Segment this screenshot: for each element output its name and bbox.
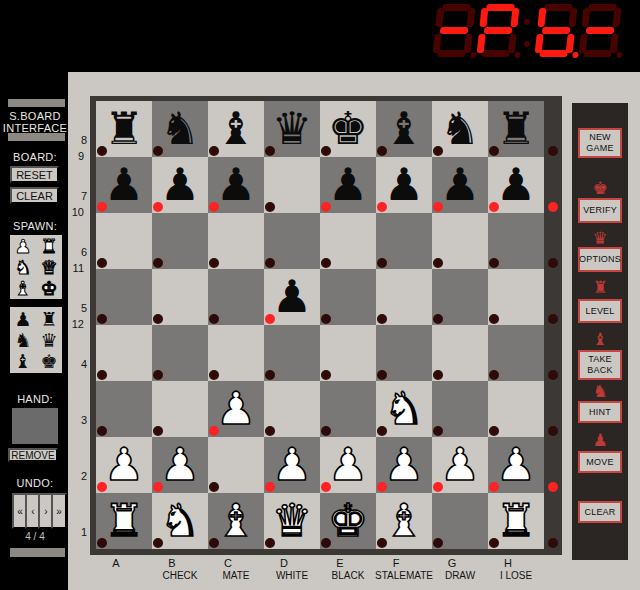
king-icon: ♚ [578,179,622,197]
led-g6 [433,258,443,268]
square-h1[interactable]: ♜ [488,493,544,549]
rank-label-8: 8 [64,134,87,146]
rank-label-5: 5 [64,302,87,314]
led-c3 [209,426,219,436]
pawn-icon: ♟ [578,431,622,449]
square-c2[interactable] [208,437,264,493]
square-d8[interactable]: ♛ [264,101,320,157]
square-c5[interactable] [208,269,264,325]
square-f8[interactable]: ♝ [376,101,432,157]
spawn-black-queen[interactable]: ♛ [36,330,62,351]
hand-display-box [12,408,58,444]
square-c7[interactable]: ♟ [208,157,264,213]
square-f5[interactable] [376,269,432,325]
segment-g [586,27,615,34]
rank-label-3: 3 [64,414,87,426]
button-label-line: NEW [589,132,611,143]
square-f1[interactable]: ♝ [376,493,432,549]
file-label-b: B [152,557,192,569]
square-a3[interactable] [96,381,152,437]
led-d6 [265,258,275,268]
led-edge-rank-1 [548,538,558,548]
led-b7 [153,202,163,212]
spawn-black-king[interactable]: ♚ [36,351,62,372]
square-e2[interactable]: ♟ [320,437,376,493]
square-a6[interactable] [96,213,152,269]
led-e6 [321,258,331,268]
led-h8 [489,146,499,156]
square-g6[interactable] [432,213,488,269]
button-label-line: GAME [586,143,613,154]
square-b8[interactable]: ♞ [152,101,208,157]
square-b3[interactable] [152,381,208,437]
led-d1 [265,538,275,548]
led-edge-rank-5 [548,314,558,324]
led-e7 [321,202,331,212]
square-d5[interactable]: ♟ [264,269,320,325]
interface-title-line1: S.BOARD [0,110,70,122]
spawn-black-pawn[interactable]: ♟ [10,309,36,330]
square-c8[interactable]: ♝ [208,101,264,157]
led-b6 [153,258,163,268]
led-h2 [489,482,499,492]
board-frame: ♜♞♝♛♚♝♞♜♟♟♟♟♟♟♟♟♟♞♟♟♟♟♟♟♟♜♞♝♛♚♝♜ [90,96,562,555]
led-a1 [97,538,107,548]
led-h4 [489,370,499,380]
rank-label-6: 6 [64,246,87,258]
square-b7[interactable]: ♟ [152,157,208,213]
led-e4 [321,370,331,380]
display-digit-4 [577,3,623,59]
colon-dot-top [524,19,530,25]
led-f5 [377,314,387,324]
square-b2[interactable]: ♟ [152,437,208,493]
square-g8[interactable]: ♞ [432,101,488,157]
segment-a [588,4,617,11]
spawn-white-bishop[interactable]: ♝ [10,278,36,299]
led-h7 [489,202,499,212]
led-edge-rank-8 [548,146,558,156]
hint-button[interactable]: HINT [578,401,622,423]
decimal-point [514,52,521,58]
square-g3[interactable] [432,381,488,437]
led-c7 [209,202,219,212]
led-d8 [265,146,275,156]
file-function-i-lose: I LOSE [476,570,556,581]
redo-last-button[interactable]: » [51,493,67,529]
colon-dot-bottom [524,41,530,47]
square-c1[interactable]: ♝ [208,493,264,549]
led-a5 [97,314,107,324]
led-b2 [153,482,163,492]
undo-counter: 4 / 4 [0,531,70,542]
square-e3[interactable] [320,381,376,437]
segment-b [612,8,621,27]
button-label-line: BACK [587,365,612,376]
segment-b [466,8,475,27]
segment-a [442,4,471,11]
square-f7[interactable]: ♟ [376,157,432,213]
square-b4[interactable] [152,325,208,381]
square-f4[interactable] [376,325,432,381]
button-label-line: VERIFY [583,205,617,216]
button-label-line: TAKE [588,354,612,365]
spawn-white-queen[interactable]: ♛ [36,257,62,278]
square-f3[interactable]: ♞ [376,381,432,437]
spawn-palette-black: ♟♜♞♛♝♚ [10,307,62,373]
led-g8 [433,146,443,156]
segment-g [484,27,513,34]
segment-f [537,8,546,27]
segment-f [435,8,444,27]
square-g4[interactable] [432,325,488,381]
segment-g [542,27,571,34]
spawn-black-bishop[interactable]: ♝ [10,351,36,372]
level-button[interactable]: LEVEL [578,299,622,323]
led-g1 [433,538,443,548]
led-g5 [433,314,443,324]
led-b5 [153,314,163,324]
segment-b [568,8,577,27]
remove-button[interactable]: REMOVE [8,448,58,462]
spawn-white-king[interactable]: ♚ [36,278,62,299]
square-h8[interactable]: ♜ [488,101,544,157]
segment-d [583,50,612,57]
button-label-line: CLEAR [585,507,616,518]
square-e1[interactable]: ♚ [320,493,376,549]
led-b3 [153,426,163,436]
led-edge-rank-7 [548,202,558,212]
led-f3 [377,426,387,436]
square-a8[interactable]: ♜ [96,101,152,157]
led-h3 [489,426,499,436]
divider-bar [8,133,65,141]
segment-a [486,4,515,11]
spawn-section-label: SPAWN: [0,220,70,232]
led-h5 [489,314,499,324]
clear-button[interactable]: CLEAR [578,501,622,523]
square-f6[interactable] [376,213,432,269]
file-label-h: H [488,557,528,569]
square-b6[interactable] [152,213,208,269]
led-e8 [321,146,331,156]
spawn-white-knight[interactable]: ♞ [10,257,36,278]
spawn-black-rook[interactable]: ♜ [36,309,62,330]
square-d4[interactable] [264,325,320,381]
button-label-line: OPTIONS [579,254,621,265]
led-c4 [209,370,219,380]
segment-d [539,50,568,57]
button-label-line: LEVEL [585,306,614,317]
level-label-10: 10 [58,206,84,218]
led-b8 [153,146,163,156]
led-a2 [97,482,107,492]
led-f1 [377,538,387,548]
led-c6 [209,258,219,268]
square-h7[interactable]: ♟ [488,157,544,213]
square-c3[interactable]: ♟ [208,381,264,437]
led-d2 [265,482,275,492]
led-f4 [377,370,387,380]
divider-bar [10,548,65,557]
square-g7[interactable]: ♟ [432,157,488,213]
square-h6[interactable] [488,213,544,269]
led-a6 [97,258,107,268]
square-d6[interactable] [264,213,320,269]
segment-g [440,27,469,34]
square-e6[interactable] [320,213,376,269]
segment-d [437,50,466,57]
led-c2 [209,482,219,492]
rank-label-7: 7 [64,190,87,202]
square-g5[interactable] [432,269,488,325]
led-h1 [489,538,499,548]
square-e8[interactable]: ♚ [320,101,376,157]
segment-b [510,8,519,27]
display-colon [522,3,532,59]
display-digit-1 [431,3,477,59]
square-g1[interactable] [432,493,488,549]
square-a2[interactable]: ♟ [96,437,152,493]
square-c4[interactable] [208,325,264,381]
led-a8 [97,146,107,156]
led-f8 [377,146,387,156]
spawn-white-pawn[interactable]: ♟ [10,236,36,257]
square-f2[interactable]: ♟ [376,437,432,493]
button-label-line: HINT [589,407,611,418]
move-button[interactable]: MOVE [578,451,622,473]
led-e2 [321,482,331,492]
led-d4 [265,370,275,380]
file-label-d: D [264,557,304,569]
led-edge-rank-4 [548,370,558,380]
file-label-f: F [376,557,416,569]
led-c5 [209,314,219,324]
file-label-c: C [208,557,248,569]
divider-bar [8,99,65,107]
square-b1[interactable]: ♞ [152,493,208,549]
verify-button[interactable]: VERIFY [578,198,622,223]
square-d1[interactable]: ♛ [264,493,320,549]
square-d7[interactable] [264,157,320,213]
square-h5[interactable] [488,269,544,325]
square-c6[interactable] [208,213,264,269]
clear-board-button[interactable]: CLEAR [10,187,59,204]
undo-section-label: UNDO: [0,477,70,489]
square-h2[interactable]: ♟ [488,437,544,493]
led-e1 [321,538,331,548]
chess-board: ♜♞♝♛♚♝♞♜♟♟♟♟♟♟♟♟♟♞♟♟♟♟♟♟♟♜♞♝♛♚♝♜ [96,101,544,549]
square-a5[interactable] [96,269,152,325]
led-c1 [209,538,219,548]
led-b1 [153,538,163,548]
square-h3[interactable] [488,381,544,437]
square-g2[interactable]: ♟ [432,437,488,493]
file-label-g: G [432,557,472,569]
square-e5[interactable] [320,269,376,325]
segment-f [479,8,488,27]
display-digit-2 [475,3,521,59]
led-g3 [433,426,443,436]
segment-a [544,4,573,11]
decimal-point [616,52,623,58]
queen-icon: ♛ [578,229,622,247]
square-a1[interactable]: ♜ [96,493,152,549]
board-section-label: BOARD: [0,151,70,163]
led-f7 [377,202,387,212]
new-game-button[interactable]: NEWGAME [578,128,622,158]
spawn-white-rook[interactable]: ♜ [36,236,62,257]
led-edge-rank-6 [548,258,558,268]
rank-label-4: 4 [64,358,87,370]
file-label-a: A [96,557,136,569]
led-edge-rank-2 [548,482,558,492]
chess-computer-ui: { "game": "chess", "position": { "fen": … [0,0,640,590]
led-h6 [489,258,499,268]
take-back-button[interactable]: TAKEBACK [578,350,622,380]
options-button[interactable]: OPTIONS [578,247,622,272]
led-d5 [265,314,275,324]
knight-icon: ♞ [578,382,622,400]
file-label-e: E [320,557,360,569]
led-d3 [265,426,275,436]
button-label-line: MOVE [586,457,613,468]
hand-section-label: HAND: [0,393,70,405]
led-e3 [321,426,331,436]
square-d2[interactable]: ♟ [264,437,320,493]
led-b4 [153,370,163,380]
led-e5 [321,314,331,324]
led-a7 [97,202,107,212]
led-f6 [377,258,387,268]
segment-d [481,50,510,57]
reset-button[interactable]: RESET [10,166,59,183]
bishop-icon: ♝ [578,330,622,348]
led-g4 [433,370,443,380]
square-e4[interactable] [320,325,376,381]
led-edge-rank-3 [548,426,558,436]
seven-segment-display [434,3,620,61]
square-e7[interactable]: ♟ [320,157,376,213]
led-d7 [265,202,275,212]
rook-icon: ♜ [578,278,622,296]
square-b5[interactable] [152,269,208,325]
led-f2 [377,482,387,492]
led-a4 [97,370,107,380]
square-a7[interactable]: ♟ [96,157,152,213]
spawn-palette-white: ♟♜♞♛♝♚ [10,235,62,299]
led-g2 [433,482,443,492]
led-a3 [97,426,107,436]
square-a4[interactable] [96,325,152,381]
display-digit-3 [533,3,579,59]
segment-f [581,8,590,27]
spawn-black-knight[interactable]: ♞ [10,330,36,351]
led-c8 [209,146,219,156]
led-g7 [433,202,443,212]
square-d3[interactable] [264,381,320,437]
square-h4[interactable] [488,325,544,381]
